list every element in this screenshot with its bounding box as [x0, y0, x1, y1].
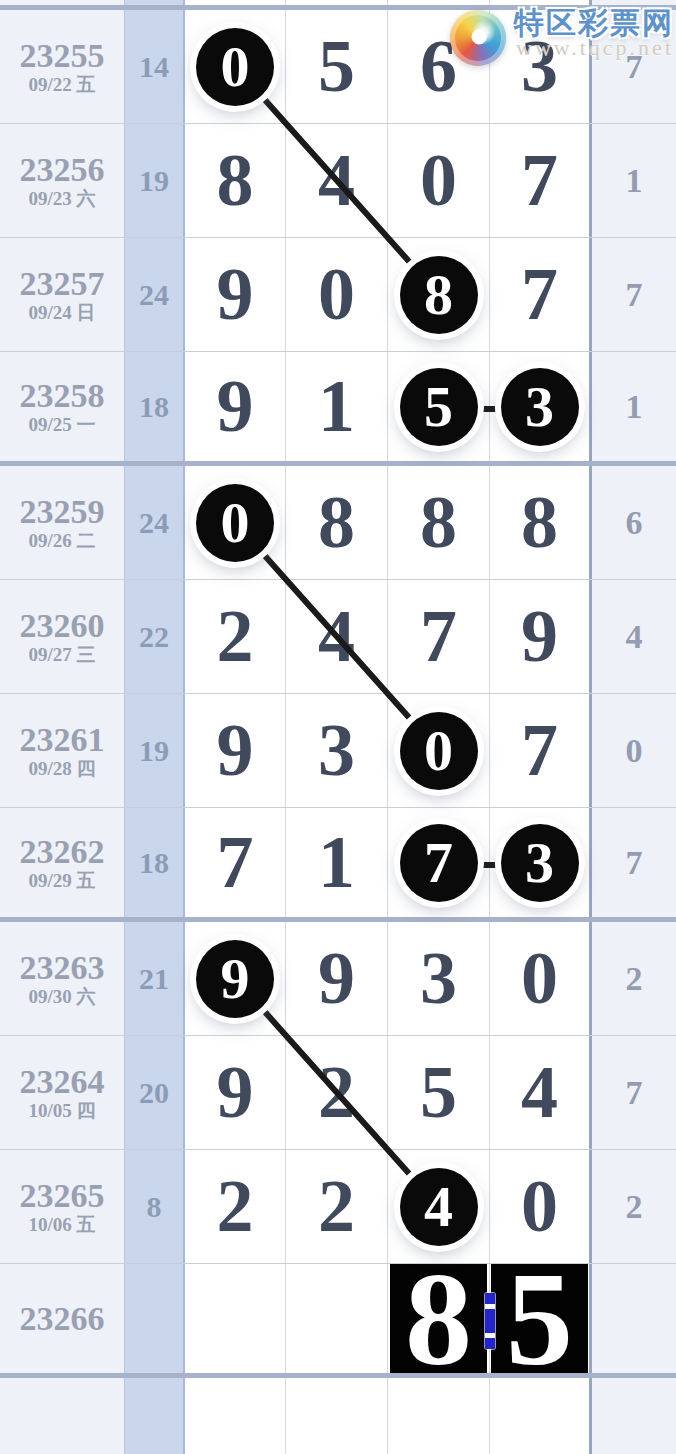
tail-digit: 7: [592, 238, 676, 351]
sum-value: 21: [125, 922, 185, 1035]
issue-cell: 2326109/28 四: [0, 694, 125, 807]
digit-cell: 8: [388, 1264, 490, 1373]
circled-digit: 4: [400, 1168, 478, 1246]
issue-cell: 2326209/29 五: [0, 808, 125, 917]
table-edge-cell: [0, 1378, 125, 1454]
lottery-trend-chart: 2325509/22 五14056372325609/23 六198407123…: [0, 0, 676, 1454]
table-edge-cell: [0, 0, 125, 5]
table-edge-cell: [185, 1378, 286, 1454]
tail-digit: 1: [592, 124, 676, 237]
digit-cell: 9: [185, 694, 286, 807]
draw-row-23257: 2325709/24 日2490877: [0, 238, 676, 352]
issue-number: 23264: [20, 1064, 105, 1100]
draw-date: 09/30 六: [28, 986, 95, 1008]
digit-cell: 8: [388, 466, 490, 579]
draw-row-23264: 2326410/05 四2092547: [0, 1036, 676, 1150]
issue-number: 23262: [20, 834, 105, 870]
draw-date: 09/28 四: [28, 758, 95, 780]
highlight-digit-square: 8: [390, 1264, 487, 1373]
circled-digit: 7: [400, 824, 478, 902]
issue-number: 23263: [20, 950, 105, 986]
table-edge-cell: [490, 1378, 592, 1454]
circled-digit: 0: [196, 484, 274, 562]
digit-cell: 0: [490, 1150, 592, 1263]
digit-cell: 5: [388, 1036, 490, 1149]
circled-digit: 0: [196, 28, 274, 106]
digit-cell: 8: [185, 124, 286, 237]
sum-value: 18: [125, 352, 185, 461]
digit-cell: 8: [388, 238, 490, 351]
table-edge-cell: [388, 1378, 490, 1454]
sum-value: 14: [125, 10, 185, 123]
draw-row-23256: 2325609/23 六1984071: [0, 124, 676, 238]
draw-row-23262: 2326209/29 五1871737: [0, 808, 676, 922]
digit-cell: 7: [388, 580, 490, 693]
tail-digit: [592, 1264, 676, 1373]
table-edge-cell: [185, 0, 286, 5]
issue-number: 23261: [20, 722, 105, 758]
sum-value: 19: [125, 694, 185, 807]
digit-cell: 9: [490, 580, 592, 693]
issue-cell: 2325509/22 五: [0, 10, 125, 123]
issue-cell: 2326410/05 四: [0, 1036, 125, 1149]
digit-cell: 2: [185, 1150, 286, 1263]
draw-row-23265: 2326510/06 五822402: [0, 1150, 676, 1264]
digit-cell: 4: [388, 1150, 490, 1263]
table-edge-cell: [490, 0, 592, 5]
issue-cell: 2326009/27 三: [0, 580, 125, 693]
digit-cell: 7: [388, 808, 490, 917]
tail-digit: 2: [592, 922, 676, 1035]
issue-cell: 2325609/23 六: [0, 124, 125, 237]
digit-cell: 7: [490, 694, 592, 807]
sum-value: 22: [125, 580, 185, 693]
digit-cell: [286, 1264, 388, 1373]
tail-digit: 0: [592, 694, 676, 807]
digit-cell: 7: [490, 238, 592, 351]
digit-cell: 5: [490, 1264, 592, 1373]
issue-cell: 2325709/24 日: [0, 238, 125, 351]
draw-date: 09/22 五: [28, 74, 95, 96]
sum-value: 19: [125, 124, 185, 237]
digit-cell: 0: [185, 10, 286, 123]
table-edge-cell: [592, 1378, 676, 1454]
circled-digit: 3: [501, 824, 579, 902]
circled-digit: 5: [400, 368, 478, 446]
site-logo[interactable]: 特区彩票网 www.tqcp.net: [450, 6, 674, 66]
issue-number: 23256: [20, 152, 105, 188]
circled-digit: 3: [501, 368, 579, 446]
issue-cell: 2325809/25 一: [0, 352, 125, 461]
circled-digit: 0: [400, 712, 478, 790]
sum-value: 20: [125, 1036, 185, 1149]
tail-digit: 4: [592, 580, 676, 693]
circled-digit: 8: [400, 256, 478, 334]
digit-cell: 1: [286, 352, 388, 461]
table-edge-cell: [592, 0, 676, 5]
digit-cell: 3: [388, 922, 490, 1035]
draw-date: 09/24 日: [28, 302, 95, 324]
table-edge-cell: [286, 1378, 388, 1454]
table-bottom-edge: [0, 1378, 676, 1454]
draw-date: 10/05 四: [28, 1100, 95, 1122]
draw-date: 09/29 五: [28, 870, 95, 892]
digit-cell: 0: [388, 694, 490, 807]
sum-value: 18: [125, 808, 185, 917]
digit-cell: 3: [490, 808, 592, 917]
draw-row-23260: 2326009/27 三2224794: [0, 580, 676, 694]
draw-date: 09/25 一: [28, 414, 95, 436]
digit-cell: 9: [185, 352, 286, 461]
issue-cell: 2325909/26 二: [0, 466, 125, 579]
tail-digit: 6: [592, 466, 676, 579]
issue-number: 23259: [20, 494, 105, 530]
digit-cell: 2: [286, 1036, 388, 1149]
draw-rows: 2325509/22 五14056372325609/23 六198407123…: [0, 10, 676, 1378]
sum-value: 8: [125, 1150, 185, 1263]
table-edge-cell: [125, 0, 185, 5]
digit-cell: 3: [490, 352, 592, 461]
digit-cell: 9: [185, 1036, 286, 1149]
tail-digit: 2: [592, 1150, 676, 1263]
digit-cell: 8: [286, 466, 388, 579]
digit-cell: 7: [185, 808, 286, 917]
issue-cell: 2326309/30 六: [0, 922, 125, 1035]
issue-number: 23260: [20, 608, 105, 644]
digit-cell: 5: [388, 352, 490, 461]
issue-cell: 2326510/06 五: [0, 1150, 125, 1263]
draw-row-23266: 2326685: [0, 1264, 676, 1378]
digit-cell: 9: [185, 238, 286, 351]
issue-number: 23265: [20, 1178, 105, 1214]
digit-cell: 2: [185, 580, 286, 693]
sum-value: 24: [125, 238, 185, 351]
sum-value: 24: [125, 466, 185, 579]
digit-cell: 0: [286, 238, 388, 351]
issue-number: 23255: [20, 38, 105, 74]
digit-cell: 0: [185, 466, 286, 579]
digit-cell: 3: [286, 694, 388, 807]
digit-cell: 0: [388, 124, 490, 237]
sum-value: [125, 1264, 185, 1373]
digit-cell: 4: [286, 124, 388, 237]
digit-cell: [185, 1264, 286, 1373]
pair-separator-icon: [485, 1293, 495, 1349]
table-edge-cell: [125, 1378, 185, 1454]
draw-row-23261: 2326109/28 四1993070: [0, 694, 676, 808]
draw-row-23258: 2325809/25 一1891531: [0, 352, 676, 466]
issue-cell: 23266: [0, 1264, 125, 1373]
site-url: www.tqcp.net: [516, 38, 674, 58]
digit-cell: 5: [286, 10, 388, 123]
draw-date: 10/06 五: [28, 1214, 95, 1236]
tail-digit: 7: [592, 808, 676, 917]
draw-row-23259: 2325909/26 二2408886: [0, 466, 676, 580]
logo-swirl-icon: [450, 10, 506, 66]
digit-cell: 4: [286, 580, 388, 693]
issue-number: 23266: [20, 1301, 105, 1337]
tail-digit: 7: [592, 1036, 676, 1149]
tail-digit: 1: [592, 352, 676, 461]
digit-cell: 0: [490, 922, 592, 1035]
digit-cell: 1: [286, 808, 388, 917]
digit-cell: 2: [286, 1150, 388, 1263]
table-edge-cell: [388, 0, 490, 5]
highlight-digit-square: 5: [491, 1264, 588, 1373]
digit-cell: 4: [490, 1036, 592, 1149]
digit-cell: 9: [286, 922, 388, 1035]
digit-cell: 8: [490, 466, 592, 579]
draw-date: 09/27 三: [28, 644, 95, 666]
circled-digit: 9: [196, 940, 274, 1018]
draw-row-23263: 2326309/30 六2199302: [0, 922, 676, 1036]
digit-cell: 7: [490, 124, 592, 237]
table-edge-cell: [286, 0, 388, 5]
issue-number: 23257: [20, 266, 105, 302]
draw-date: 09/23 六: [28, 188, 95, 210]
digit-cell: 9: [185, 922, 286, 1035]
issue-number: 23258: [20, 378, 105, 414]
draw-date: 09/26 二: [28, 530, 95, 552]
